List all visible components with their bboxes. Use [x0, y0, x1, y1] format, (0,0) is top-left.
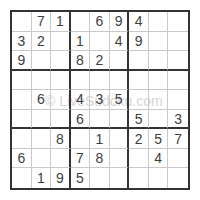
cell-r4c9[interactable]: [168, 71, 188, 91]
cell-r5c7[interactable]: [129, 90, 149, 110]
cell-r3c5[interactable]: 2: [90, 51, 110, 71]
cell-r5c2[interactable]: 6: [32, 90, 52, 110]
cell-r2c2[interactable]: 2: [32, 32, 52, 52]
cell-r9c8[interactable]: [149, 168, 169, 188]
cell-r1c2[interactable]: 7: [32, 12, 52, 32]
cell-r7c9[interactable]: 7: [168, 129, 188, 149]
cell-r9c5[interactable]: [90, 168, 110, 188]
cell-r7c3[interactable]: 8: [51, 129, 71, 149]
cell-r8c8[interactable]: 4: [149, 149, 169, 169]
cell-r6c6[interactable]: [110, 110, 130, 130]
cell-r1c5[interactable]: 6: [90, 12, 110, 32]
cell-r6c8[interactable]: [149, 110, 169, 130]
cell-r5c4[interactable]: 4: [71, 90, 91, 110]
cell-r3c4[interactable]: 8: [71, 51, 91, 71]
cell-r2c5[interactable]: [90, 32, 110, 52]
cell-r8c6[interactable]: [110, 149, 130, 169]
cell-r4c5[interactable]: [90, 71, 110, 91]
cell-r9c4[interactable]: 5: [71, 168, 91, 188]
cell-r1c6[interactable]: 9: [110, 12, 130, 32]
cell-r7c7[interactable]: 2: [129, 129, 149, 149]
cell-r7c8[interactable]: 5: [149, 129, 169, 149]
cell-r6c3[interactable]: [51, 110, 71, 130]
sudoku-board: © LiveSudoku.com 71694321499826435653812…: [10, 10, 190, 190]
cell-r4c4[interactable]: [71, 71, 91, 91]
cell-r2c1[interactable]: 3: [12, 32, 32, 52]
cell-r6c1[interactable]: [12, 110, 32, 130]
cell-r1c3[interactable]: 1: [51, 12, 71, 32]
cell-r4c2[interactable]: [32, 71, 52, 91]
cell-r4c6[interactable]: [110, 71, 130, 91]
cell-r6c4[interactable]: 6: [71, 110, 91, 130]
cell-r3c6[interactable]: [110, 51, 130, 71]
sudoku-grid: 71694321499826435653812576784195: [12, 12, 188, 188]
cell-r9c1[interactable]: [12, 168, 32, 188]
cell-r9c6[interactable]: [110, 168, 130, 188]
cell-r8c1[interactable]: 6: [12, 149, 32, 169]
cell-r7c4[interactable]: [71, 129, 91, 149]
cell-r7c1[interactable]: [12, 129, 32, 149]
cell-r3c7[interactable]: [129, 51, 149, 71]
cell-r7c2[interactable]: [32, 129, 52, 149]
cell-r1c4[interactable]: [71, 12, 91, 32]
cell-r4c7[interactable]: [129, 71, 149, 91]
cell-r3c8[interactable]: [149, 51, 169, 71]
cell-r3c1[interactable]: 9: [12, 51, 32, 71]
cell-r5c9[interactable]: [168, 90, 188, 110]
cell-r5c8[interactable]: [149, 90, 169, 110]
cell-r5c1[interactable]: [12, 90, 32, 110]
cell-r1c1[interactable]: [12, 12, 32, 32]
cell-r2c8[interactable]: [149, 32, 169, 52]
cell-r9c3[interactable]: 9: [51, 168, 71, 188]
cell-r4c1[interactable]: [12, 71, 32, 91]
cell-r6c5[interactable]: [90, 110, 110, 130]
cell-r1c9[interactable]: [168, 12, 188, 32]
cell-r1c8[interactable]: [149, 12, 169, 32]
cell-r3c9[interactable]: [168, 51, 188, 71]
cell-r4c8[interactable]: [149, 71, 169, 91]
sudoku-page: © LiveSudoku.com 71694321499826435653812…: [0, 0, 200, 200]
cell-r7c5[interactable]: 1: [90, 129, 110, 149]
cell-r2c7[interactable]: 9: [129, 32, 149, 52]
cell-r3c2[interactable]: [32, 51, 52, 71]
cell-r8c4[interactable]: 7: [71, 149, 91, 169]
cell-r3c3[interactable]: [51, 51, 71, 71]
cell-r6c9[interactable]: 3: [168, 110, 188, 130]
cell-r5c3[interactable]: [51, 90, 71, 110]
cell-r9c2[interactable]: 1: [32, 168, 52, 188]
cell-r2c3[interactable]: [51, 32, 71, 52]
cell-r8c5[interactable]: 8: [90, 149, 110, 169]
cell-r8c7[interactable]: [129, 149, 149, 169]
cell-r5c5[interactable]: 3: [90, 90, 110, 110]
cell-r2c9[interactable]: [168, 32, 188, 52]
cell-r1c7[interactable]: 4: [129, 12, 149, 32]
cell-r8c9[interactable]: [168, 149, 188, 169]
cell-r7c6[interactable]: [110, 129, 130, 149]
cell-r6c7[interactable]: 5: [129, 110, 149, 130]
cell-r2c6[interactable]: 4: [110, 32, 130, 52]
cell-r8c3[interactable]: [51, 149, 71, 169]
cell-r9c9[interactable]: [168, 168, 188, 188]
cell-r4c3[interactable]: [51, 71, 71, 91]
cell-r2c4[interactable]: 1: [71, 32, 91, 52]
cell-r6c2[interactable]: [32, 110, 52, 130]
cell-r8c2[interactable]: [32, 149, 52, 169]
cell-r9c7[interactable]: [129, 168, 149, 188]
cell-r5c6[interactable]: 5: [110, 90, 130, 110]
